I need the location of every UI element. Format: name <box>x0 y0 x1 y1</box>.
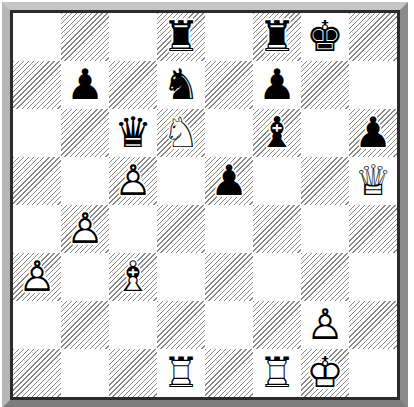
square-f1[interactable]: ♜♖ <box>253 349 301 397</box>
square-a7[interactable] <box>13 61 61 109</box>
piece-black-rook-f8[interactable]: ♜♜ <box>253 13 301 61</box>
square-d3[interactable] <box>157 253 205 301</box>
square-f6[interactable]: ♝♝ <box>253 109 301 157</box>
piece-black-pawn-f7[interactable]: ♟♟ <box>253 61 301 109</box>
rook-icon: ♖ <box>157 349 205 397</box>
square-b7[interactable]: ♟♟ <box>61 61 109 109</box>
piece-black-knight-d7[interactable]: ♞♞ <box>157 61 205 109</box>
square-f5[interactable] <box>253 157 301 205</box>
square-a3[interactable]: ♟♙ <box>13 253 61 301</box>
pawn-icon: ♙ <box>109 157 157 205</box>
square-c1[interactable] <box>109 349 157 397</box>
square-a5[interactable] <box>13 157 61 205</box>
piece-black-rook-d8[interactable]: ♜♜ <box>157 13 205 61</box>
square-e6[interactable] <box>205 109 253 157</box>
square-b5[interactable] <box>61 157 109 205</box>
square-d1[interactable]: ♜♖ <box>157 349 205 397</box>
square-a1[interactable] <box>13 349 61 397</box>
king-icon: ♚ <box>301 13 349 61</box>
square-h1[interactable] <box>349 349 397 397</box>
square-e5[interactable]: ♟♟ <box>205 157 253 205</box>
piece-black-queen-c6[interactable]: ♛♛ <box>109 109 157 157</box>
square-c7[interactable] <box>109 61 157 109</box>
pawn-icon: ♙ <box>301 301 349 349</box>
pawn-icon: ♟ <box>349 109 397 157</box>
square-d6[interactable]: ♞♘ <box>157 109 205 157</box>
piece-white-bishop-c3[interactable]: ♝♗ <box>109 253 157 301</box>
chess-diagram: ♜♜♜♜♚♚♟♟♞♞♟♟♛♛♞♘♝♝♟♟♟♙♟♟♛♕♟♙♟♙♝♗♟♙♜♖♜♖♚♔ <box>0 0 410 407</box>
rook-icon: ♜ <box>253 13 301 61</box>
square-e3[interactable] <box>205 253 253 301</box>
square-g1[interactable]: ♚♔ <box>301 349 349 397</box>
square-b6[interactable] <box>61 109 109 157</box>
square-c2[interactable] <box>109 301 157 349</box>
rook-icon: ♖ <box>253 349 301 397</box>
square-h7[interactable] <box>349 61 397 109</box>
square-b1[interactable] <box>61 349 109 397</box>
square-b8[interactable] <box>61 13 109 61</box>
square-a4[interactable] <box>13 205 61 253</box>
piece-black-pawn-h6[interactable]: ♟♟ <box>349 109 397 157</box>
piece-black-pawn-e5[interactable]: ♟♟ <box>205 157 253 205</box>
square-a8[interactable] <box>13 13 61 61</box>
square-b4[interactable]: ♟♙ <box>61 205 109 253</box>
square-f3[interactable] <box>253 253 301 301</box>
queen-icon: ♛ <box>109 109 157 157</box>
piece-white-pawn-b4[interactable]: ♟♙ <box>61 205 109 253</box>
bishop-icon: ♝ <box>253 109 301 157</box>
square-a6[interactable] <box>13 109 61 157</box>
knight-icon: ♘ <box>157 109 205 157</box>
piece-black-bishop-f6[interactable]: ♝♝ <box>253 109 301 157</box>
pawn-icon: ♟ <box>205 157 253 205</box>
square-f7[interactable]: ♟♟ <box>253 61 301 109</box>
square-d7[interactable]: ♞♞ <box>157 61 205 109</box>
square-a2[interactable] <box>13 301 61 349</box>
board-rim: ♜♜♜♜♚♚♟♟♞♞♟♟♛♛♞♘♝♝♟♟♟♙♟♟♛♕♟♙♟♙♝♗♟♙♜♖♜♖♚♔ <box>10 10 400 400</box>
piece-white-rook-f1[interactable]: ♜♖ <box>253 349 301 397</box>
bishop-icon: ♗ <box>109 253 157 301</box>
rook-icon: ♜ <box>157 13 205 61</box>
square-g2[interactable]: ♟♙ <box>301 301 349 349</box>
square-d5[interactable] <box>157 157 205 205</box>
square-d4[interactable] <box>157 205 205 253</box>
square-f8[interactable]: ♜♜ <box>253 13 301 61</box>
square-b3[interactable] <box>61 253 109 301</box>
square-g6[interactable] <box>301 109 349 157</box>
square-g8[interactable]: ♚♚ <box>301 13 349 61</box>
chess-board: ♜♜♜♜♚♚♟♟♞♞♟♟♛♛♞♘♝♝♟♟♟♙♟♟♛♕♟♙♟♙♝♗♟♙♜♖♜♖♚♔ <box>13 13 397 397</box>
square-h6[interactable]: ♟♟ <box>349 109 397 157</box>
square-h5[interactable]: ♛♕ <box>349 157 397 205</box>
piece-white-pawn-g2[interactable]: ♟♙ <box>301 301 349 349</box>
piece-black-king-g8[interactable]: ♚♚ <box>301 13 349 61</box>
square-h8[interactable] <box>349 13 397 61</box>
square-g7[interactable] <box>301 61 349 109</box>
piece-white-pawn-c5[interactable]: ♟♙ <box>109 157 157 205</box>
piece-white-rook-d1[interactable]: ♜♖ <box>157 349 205 397</box>
square-h4[interactable] <box>349 205 397 253</box>
square-b2[interactable] <box>61 301 109 349</box>
square-c8[interactable] <box>109 13 157 61</box>
square-g4[interactable] <box>301 205 349 253</box>
piece-white-knight-d6[interactable]: ♞♘ <box>157 109 205 157</box>
pawn-icon: ♟ <box>253 61 301 109</box>
pawn-icon: ♙ <box>61 205 109 253</box>
square-c6[interactable]: ♛♛ <box>109 109 157 157</box>
square-d2[interactable] <box>157 301 205 349</box>
square-c5[interactable]: ♟♙ <box>109 157 157 205</box>
square-d8[interactable]: ♜♜ <box>157 13 205 61</box>
piece-white-king-g1[interactable]: ♚♔ <box>301 349 349 397</box>
square-c3[interactable]: ♝♗ <box>109 253 157 301</box>
square-c4[interactable] <box>109 205 157 253</box>
king-icon: ♔ <box>301 349 349 397</box>
square-e2[interactable] <box>205 301 253 349</box>
square-h3[interactable] <box>349 253 397 301</box>
pawn-icon: ♙ <box>13 253 61 301</box>
piece-white-pawn-a3[interactable]: ♟♙ <box>13 253 61 301</box>
square-f2[interactable] <box>253 301 301 349</box>
square-h2[interactable] <box>349 301 397 349</box>
square-g3[interactable] <box>301 253 349 301</box>
board-frame: ♜♜♜♜♚♚♟♟♞♞♟♟♛♛♞♘♝♝♟♟♟♙♟♟♛♕♟♙♟♙♝♗♟♙♜♖♜♖♚♔ <box>2 2 408 407</box>
piece-white-queen-h5[interactable]: ♛♕ <box>349 157 397 205</box>
square-e4[interactable] <box>205 205 253 253</box>
square-e1[interactable] <box>205 349 253 397</box>
square-e8[interactable] <box>205 13 253 61</box>
piece-black-pawn-b7[interactable]: ♟♟ <box>61 61 109 109</box>
square-f4[interactable] <box>253 205 301 253</box>
square-g5[interactable] <box>301 157 349 205</box>
queen-icon: ♕ <box>349 157 397 205</box>
square-e7[interactable] <box>205 61 253 109</box>
pawn-icon: ♟ <box>61 61 109 109</box>
knight-icon: ♞ <box>157 61 205 109</box>
